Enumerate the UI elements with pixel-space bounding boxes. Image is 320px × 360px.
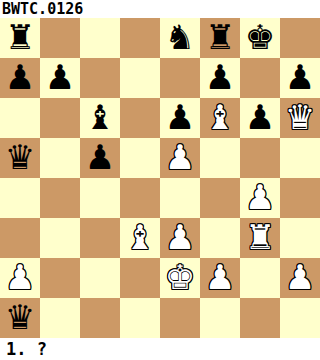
square-g7[interactable] [240, 58, 280, 98]
square-b7[interactable]: ♟ [40, 58, 80, 98]
square-b5[interactable] [40, 138, 80, 178]
square-e2[interactable]: ♚ [160, 258, 200, 298]
white-pawn-icon: ♟ [165, 137, 195, 177]
black-rook-icon: ♜ [205, 17, 235, 57]
square-b3[interactable] [40, 218, 80, 258]
black-rook-icon: ♜ [5, 17, 35, 57]
square-h5[interactable] [280, 138, 320, 178]
white-bishop-icon: ♝ [205, 97, 235, 137]
square-c5[interactable]: ♟ [80, 138, 120, 178]
square-d2[interactable] [120, 258, 160, 298]
square-d4[interactable] [120, 178, 160, 218]
square-c6[interactable]: ♝ [80, 98, 120, 138]
black-pawn-icon: ♟ [285, 57, 315, 97]
black-pawn-icon: ♟ [245, 97, 275, 137]
square-a4[interactable] [0, 178, 40, 218]
white-pawn-icon: ♟ [245, 177, 275, 217]
square-h4[interactable] [280, 178, 320, 218]
square-g1[interactable] [240, 298, 280, 338]
square-g4[interactable]: ♟ [240, 178, 280, 218]
square-h6[interactable]: ♛ [280, 98, 320, 138]
white-bishop-icon: ♝ [125, 217, 155, 257]
square-b6[interactable] [40, 98, 80, 138]
square-d7[interactable] [120, 58, 160, 98]
square-a3[interactable] [0, 218, 40, 258]
square-g2[interactable] [240, 258, 280, 298]
square-c8[interactable] [80, 18, 120, 58]
square-a8[interactable]: ♜ [0, 18, 40, 58]
black-pawn-icon: ♟ [5, 57, 35, 97]
white-queen-icon: ♛ [285, 97, 315, 137]
square-c1[interactable] [80, 298, 120, 338]
square-b2[interactable] [40, 258, 80, 298]
black-king-icon: ♚ [245, 17, 275, 57]
square-a6[interactable] [0, 98, 40, 138]
square-f3[interactable] [200, 218, 240, 258]
square-f6[interactable]: ♝ [200, 98, 240, 138]
square-f1[interactable] [200, 298, 240, 338]
square-c7[interactable] [80, 58, 120, 98]
square-c3[interactable] [80, 218, 120, 258]
white-pawn-icon: ♟ [5, 257, 35, 297]
black-queen-icon: ♛ [5, 137, 35, 177]
square-c2[interactable] [80, 258, 120, 298]
square-h2[interactable]: ♟ [280, 258, 320, 298]
square-b1[interactable] [40, 298, 80, 338]
square-f7[interactable]: ♟ [200, 58, 240, 98]
chess-puzzle-window: BWTC.0126 ♜♞♜♚♟♟♟♟♝♟♝♟♛♛♟♟♟♝♟♜♟♚♟♟♛ 1. ? [0, 0, 320, 360]
square-e6[interactable]: ♟ [160, 98, 200, 138]
square-a1[interactable]: ♛ [0, 298, 40, 338]
square-e1[interactable] [160, 298, 200, 338]
square-b4[interactable] [40, 178, 80, 218]
black-knight-icon: ♞ [165, 17, 195, 57]
square-f2[interactable]: ♟ [200, 258, 240, 298]
square-e4[interactable] [160, 178, 200, 218]
square-g6[interactable]: ♟ [240, 98, 280, 138]
square-g5[interactable] [240, 138, 280, 178]
white-king-icon: ♚ [165, 257, 195, 297]
black-pawn-icon: ♟ [85, 137, 115, 177]
move-prompt: 1. ? [0, 338, 320, 360]
square-d6[interactable] [120, 98, 160, 138]
white-pawn-icon: ♟ [205, 257, 235, 297]
white-pawn-icon: ♟ [285, 257, 315, 297]
chess-board: ♜♞♜♚♟♟♟♟♝♟♝♟♛♛♟♟♟♝♟♜♟♚♟♟♛ [0, 18, 320, 338]
square-g3[interactable]: ♜ [240, 218, 280, 258]
square-a7[interactable]: ♟ [0, 58, 40, 98]
square-f8[interactable]: ♜ [200, 18, 240, 58]
square-a2[interactable]: ♟ [0, 258, 40, 298]
square-g8[interactable]: ♚ [240, 18, 280, 58]
square-d3[interactable]: ♝ [120, 218, 160, 258]
square-e5[interactable]: ♟ [160, 138, 200, 178]
square-h8[interactable] [280, 18, 320, 58]
black-queen-icon: ♛ [5, 297, 35, 337]
square-a5[interactable]: ♛ [0, 138, 40, 178]
square-e7[interactable] [160, 58, 200, 98]
black-pawn-icon: ♟ [45, 57, 75, 97]
square-c4[interactable] [80, 178, 120, 218]
white-rook-icon: ♜ [245, 217, 275, 257]
square-b8[interactable] [40, 18, 80, 58]
square-f4[interactable] [200, 178, 240, 218]
square-d8[interactable] [120, 18, 160, 58]
square-h1[interactable] [280, 298, 320, 338]
square-h7[interactable]: ♟ [280, 58, 320, 98]
black-pawn-icon: ♟ [165, 97, 195, 137]
square-e3[interactable]: ♟ [160, 218, 200, 258]
square-f5[interactable] [200, 138, 240, 178]
black-bishop-icon: ♝ [85, 97, 115, 137]
square-e8[interactable]: ♞ [160, 18, 200, 58]
white-pawn-icon: ♟ [165, 217, 195, 257]
square-h3[interactable] [280, 218, 320, 258]
square-d1[interactable] [120, 298, 160, 338]
black-pawn-icon: ♟ [205, 57, 235, 97]
square-d5[interactable] [120, 138, 160, 178]
puzzle-id: BWTC.0126 [0, 0, 320, 18]
